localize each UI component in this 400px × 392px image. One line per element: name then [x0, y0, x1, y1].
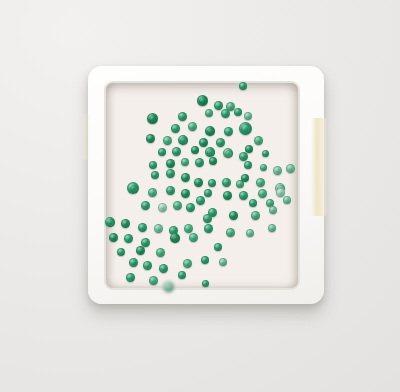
emerald-stone	[183, 259, 192, 268]
emerald-stone	[254, 136, 263, 145]
emerald-stone	[117, 248, 125, 256]
emerald-stone	[141, 201, 150, 210]
emerald-stone	[154, 224, 163, 233]
emerald-stone	[260, 164, 267, 171]
emerald-stone	[216, 138, 225, 147]
emerald-stone	[186, 203, 195, 212]
emerald-stone	[127, 182, 139, 194]
emerald-stone	[283, 196, 291, 204]
emerald-stone	[138, 223, 147, 232]
emerald-stone	[221, 109, 230, 118]
emerald-stone	[249, 199, 257, 207]
emerald-stone	[226, 228, 235, 237]
emerald-stone	[184, 224, 193, 233]
emerald-stone	[173, 201, 182, 210]
emerald-stone	[202, 280, 209, 287]
emerald-stone	[181, 189, 190, 198]
emerald-stone	[286, 164, 295, 173]
emerald-stone	[269, 206, 277, 214]
emerald-stone	[203, 214, 212, 223]
emerald-stone	[178, 135, 188, 145]
emerald-stone	[148, 188, 157, 197]
emerald-stone	[196, 196, 205, 205]
emerald-stone	[143, 261, 152, 270]
stones-layer	[0, 0, 400, 392]
emerald-stone	[224, 127, 233, 136]
emerald-stone	[197, 95, 208, 106]
emerald-stone	[244, 161, 252, 169]
emerald-stone	[149, 161, 157, 169]
emerald-stone	[166, 169, 175, 178]
emerald-stone	[223, 148, 233, 158]
emerald-stone	[204, 189, 212, 197]
emerald-stone	[181, 173, 190, 182]
emerald-stone	[121, 219, 130, 228]
emerald-stone	[109, 233, 118, 242]
emerald-stone	[234, 108, 242, 116]
emerald-stone	[136, 246, 145, 255]
emerald-stone	[268, 224, 276, 232]
emerald-stone	[189, 233, 198, 242]
emerald-stone	[195, 158, 204, 167]
emerald-stone	[208, 179, 216, 187]
emerald-stone	[239, 82, 247, 90]
emerald-stone	[126, 273, 135, 282]
emerald-stone	[223, 191, 232, 200]
emerald-stone	[205, 109, 213, 117]
emerald-stone	[158, 148, 166, 156]
emerald-stone	[163, 281, 174, 292]
emerald-stone	[147, 113, 158, 124]
emerald-stone	[156, 248, 165, 257]
emerald-stone	[166, 159, 175, 168]
emerald-stone	[204, 224, 213, 233]
emerald-stone	[273, 166, 282, 175]
emerald-stone	[181, 158, 189, 166]
emerald-stone	[251, 211, 260, 220]
emerald-stone	[194, 178, 203, 187]
emerald-stone	[158, 203, 167, 212]
emerald-stone	[178, 112, 187, 121]
emerald-stone	[245, 145, 253, 153]
emerald-stone	[129, 258, 138, 267]
emerald-stone	[241, 174, 249, 182]
emerald-stone	[124, 234, 133, 243]
emerald-stone	[276, 188, 285, 197]
emerald-stone	[239, 152, 248, 161]
emerald-stone	[199, 138, 208, 147]
emerald-stone	[205, 147, 215, 157]
emerald-stone	[201, 256, 209, 264]
emerald-stone	[141, 238, 150, 247]
emerald-stone	[239, 191, 248, 200]
emerald-stone	[146, 134, 155, 143]
emerald-stone	[188, 122, 197, 131]
emerald-stone	[219, 258, 227, 266]
emerald-stone	[244, 112, 252, 120]
emerald-stone	[262, 150, 269, 157]
emerald-stone	[151, 171, 159, 179]
emerald-stone	[222, 178, 231, 187]
emerald-stone	[166, 186, 175, 195]
photo-background	[0, 0, 400, 392]
emerald-stone	[191, 146, 199, 154]
emerald-stone	[159, 264, 168, 273]
emerald-stone	[163, 136, 172, 145]
emerald-stone	[246, 229, 254, 237]
emerald-stone	[205, 126, 215, 136]
emerald-stone	[258, 189, 267, 198]
emerald-stone	[209, 157, 217, 165]
emerald-stone	[239, 122, 252, 135]
emerald-stone	[171, 124, 180, 133]
emerald-stone	[256, 178, 265, 187]
emerald-stone	[178, 271, 186, 279]
emerald-stone	[170, 233, 180, 243]
emerald-stone	[214, 243, 222, 251]
emerald-stone	[172, 147, 181, 156]
emerald-stone	[229, 211, 238, 220]
emerald-stone	[149, 276, 158, 285]
emerald-stone	[105, 217, 115, 227]
emerald-stone	[214, 101, 223, 110]
